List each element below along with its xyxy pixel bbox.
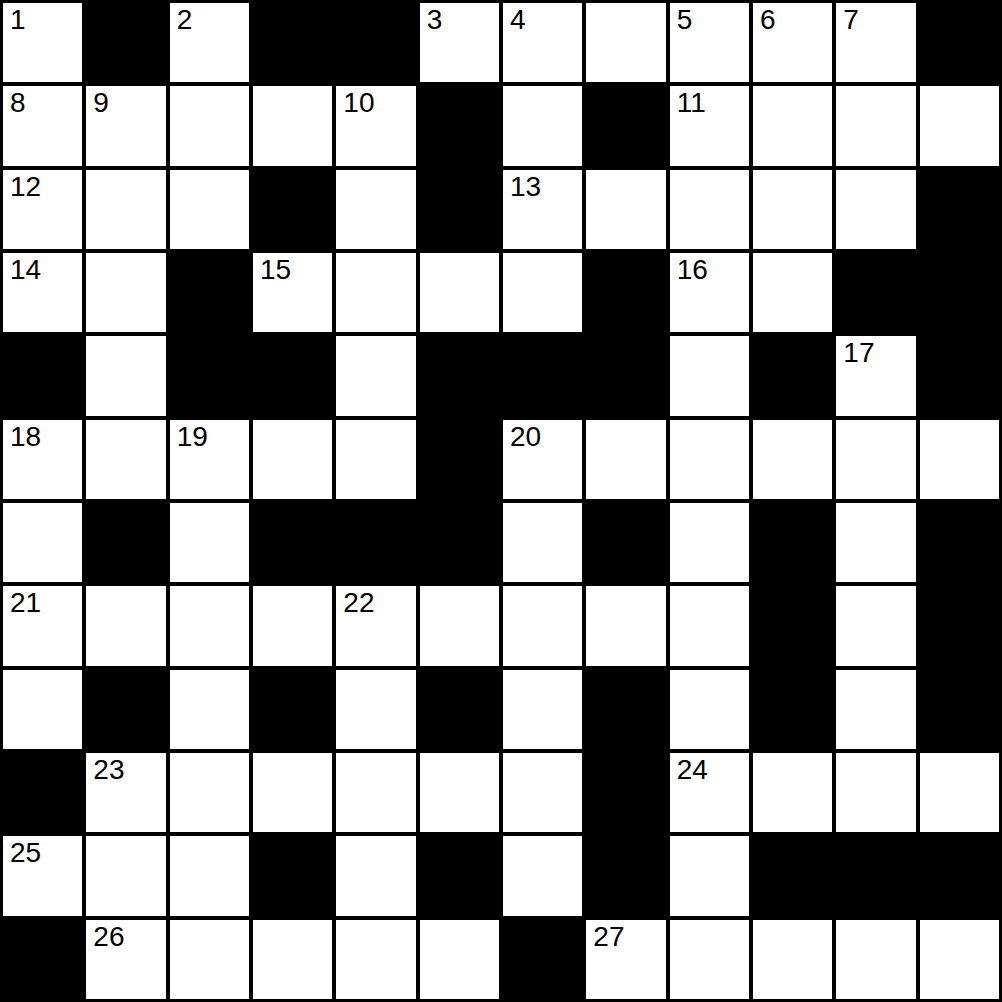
grid-cell[interactable] bbox=[753, 920, 832, 999]
clue-number: 22 bbox=[343, 587, 374, 619]
grid-cell[interactable] bbox=[586, 3, 665, 82]
clue-number: 17 bbox=[843, 337, 874, 369]
black-cell bbox=[503, 336, 582, 415]
grid-cell[interactable] bbox=[170, 170, 249, 249]
grid-cell[interactable] bbox=[420, 586, 499, 665]
grid-cell[interactable] bbox=[503, 670, 582, 749]
black-cell bbox=[170, 253, 249, 332]
grid-cell[interactable] bbox=[86, 836, 165, 915]
clue-number: 2 bbox=[177, 4, 193, 36]
grid-cell[interactable]: 13 bbox=[503, 170, 582, 249]
black-cell bbox=[920, 836, 999, 915]
black-cell bbox=[420, 420, 499, 499]
grid-cell[interactable]: 10 bbox=[336, 86, 415, 165]
grid-cell[interactable] bbox=[420, 253, 499, 332]
grid-cell[interactable] bbox=[753, 253, 832, 332]
grid-cell[interactable]: 16 bbox=[670, 253, 749, 332]
black-cell bbox=[920, 503, 999, 582]
grid-cell[interactable] bbox=[753, 753, 832, 832]
grid-cell[interactable]: 5 bbox=[670, 3, 749, 82]
grid-cell[interactable]: 8 bbox=[3, 86, 82, 165]
black-cell bbox=[586, 670, 665, 749]
grid-cell[interactable] bbox=[920, 420, 999, 499]
clue-number: 18 bbox=[10, 421, 41, 453]
grid-cell[interactable]: 15 bbox=[253, 253, 332, 332]
black-cell bbox=[253, 503, 332, 582]
grid-cell[interactable]: 2 bbox=[170, 3, 249, 82]
grid-cell[interactable] bbox=[836, 753, 915, 832]
grid-cell[interactable]: 25 bbox=[3, 836, 82, 915]
grid-cell[interactable] bbox=[586, 586, 665, 665]
clue-number: 19 bbox=[177, 421, 208, 453]
grid-cell[interactable] bbox=[420, 920, 499, 999]
grid-cell[interactable] bbox=[170, 753, 249, 832]
clue-number: 10 bbox=[343, 87, 374, 119]
black-cell bbox=[920, 170, 999, 249]
black-cell bbox=[920, 336, 999, 415]
clue-number: 7 bbox=[843, 4, 859, 36]
grid-cell[interactable] bbox=[336, 253, 415, 332]
grid-cell[interactable] bbox=[670, 170, 749, 249]
grid-cell[interactable] bbox=[3, 503, 82, 582]
black-cell bbox=[586, 503, 665, 582]
grid-cell[interactable]: 18 bbox=[3, 420, 82, 499]
grid-cell[interactable] bbox=[836, 420, 915, 499]
black-cell bbox=[420, 836, 499, 915]
black-cell bbox=[836, 836, 915, 915]
clue-number: 23 bbox=[93, 754, 124, 786]
black-cell bbox=[253, 670, 332, 749]
clue-number: 21 bbox=[10, 587, 41, 619]
clue-number: 20 bbox=[510, 421, 541, 453]
grid-cell[interactable] bbox=[753, 170, 832, 249]
grid-cell[interactable]: 22 bbox=[336, 586, 415, 665]
clue-number: 15 bbox=[260, 254, 291, 286]
grid-cell[interactable]: 4 bbox=[503, 3, 582, 82]
grid-cell[interactable] bbox=[920, 86, 999, 165]
black-cell bbox=[920, 3, 999, 82]
grid-cell[interactable]: 20 bbox=[503, 420, 582, 499]
grid-cell[interactable]: 17 bbox=[836, 336, 915, 415]
grid-cell[interactable] bbox=[253, 753, 332, 832]
black-cell bbox=[170, 336, 249, 415]
clue-number: 8 bbox=[10, 87, 26, 119]
black-cell bbox=[586, 753, 665, 832]
clue-number: 16 bbox=[677, 254, 708, 286]
black-cell bbox=[920, 670, 999, 749]
grid-cell[interactable] bbox=[670, 586, 749, 665]
grid-cell[interactable]: 14 bbox=[3, 253, 82, 332]
grid-cell[interactable]: 11 bbox=[670, 86, 749, 165]
grid-cell[interactable] bbox=[503, 253, 582, 332]
black-cell bbox=[336, 503, 415, 582]
black-cell bbox=[753, 586, 832, 665]
clue-number: 14 bbox=[10, 254, 41, 286]
black-cell bbox=[586, 253, 665, 332]
black-cell bbox=[420, 170, 499, 249]
grid-cell[interactable] bbox=[170, 586, 249, 665]
grid-cell[interactable] bbox=[86, 253, 165, 332]
grid-cell[interactable]: 23 bbox=[86, 753, 165, 832]
grid-cell[interactable] bbox=[170, 503, 249, 582]
grid-cell[interactable] bbox=[336, 170, 415, 249]
grid-cell[interactable] bbox=[253, 920, 332, 999]
grid-cell[interactable]: 21 bbox=[3, 586, 82, 665]
clue-number: 4 bbox=[510, 4, 526, 36]
grid-cell[interactable] bbox=[170, 670, 249, 749]
black-cell bbox=[253, 170, 332, 249]
clue-number: 11 bbox=[677, 87, 706, 119]
black-cell bbox=[586, 86, 665, 165]
clue-number: 6 bbox=[760, 4, 776, 36]
black-cell bbox=[3, 336, 82, 415]
clue-number: 25 bbox=[10, 837, 41, 869]
grid-cell[interactable] bbox=[503, 503, 582, 582]
grid-cell[interactable] bbox=[336, 420, 415, 499]
black-cell bbox=[753, 836, 832, 915]
black-cell bbox=[586, 336, 665, 415]
black-cell bbox=[920, 253, 999, 332]
grid-cell[interactable] bbox=[586, 420, 665, 499]
grid-cell[interactable] bbox=[86, 170, 165, 249]
clue-number: 3 bbox=[427, 4, 443, 36]
grid-cell[interactable] bbox=[503, 753, 582, 832]
grid-cell[interactable] bbox=[753, 86, 832, 165]
grid-cell[interactable] bbox=[920, 753, 999, 832]
grid-cell[interactable] bbox=[670, 420, 749, 499]
grid-cell[interactable] bbox=[253, 420, 332, 499]
grid-cell[interactable]: 7 bbox=[836, 3, 915, 82]
grid-cell[interactable]: 26 bbox=[86, 920, 165, 999]
grid-cell[interactable] bbox=[836, 920, 915, 999]
grid-cell[interactable] bbox=[503, 836, 582, 915]
grid-cell[interactable] bbox=[586, 170, 665, 249]
grid-cell[interactable]: 6 bbox=[753, 3, 832, 82]
grid-cell[interactable] bbox=[336, 336, 415, 415]
grid-cell[interactable] bbox=[336, 836, 415, 915]
black-cell bbox=[420, 336, 499, 415]
grid-cell[interactable] bbox=[503, 586, 582, 665]
grid-cell[interactable] bbox=[420, 753, 499, 832]
black-cell bbox=[586, 836, 665, 915]
black-cell bbox=[753, 670, 832, 749]
clue-number: 27 bbox=[593, 921, 624, 953]
grid-cell[interactable] bbox=[170, 86, 249, 165]
black-cell bbox=[420, 86, 499, 165]
grid-cell[interactable] bbox=[170, 836, 249, 915]
clue-number: 5 bbox=[677, 4, 693, 36]
grid-cell[interactable]: 24 bbox=[670, 753, 749, 832]
grid-cell[interactable] bbox=[670, 670, 749, 749]
grid-cell[interactable] bbox=[336, 753, 415, 832]
grid-cell[interactable] bbox=[253, 86, 332, 165]
black-cell bbox=[503, 920, 582, 999]
grid-cell[interactable] bbox=[670, 836, 749, 915]
black-cell bbox=[3, 920, 82, 999]
grid-cell[interactable] bbox=[836, 586, 915, 665]
black-cell bbox=[86, 503, 165, 582]
grid-cell[interactable] bbox=[86, 420, 165, 499]
black-cell bbox=[336, 3, 415, 82]
grid-cell[interactable] bbox=[670, 336, 749, 415]
grid-cell[interactable] bbox=[253, 586, 332, 665]
grid-cell[interactable] bbox=[170, 920, 249, 999]
grid-cell[interactable] bbox=[670, 920, 749, 999]
clue-number: 1 bbox=[10, 4, 26, 36]
black-cell bbox=[3, 753, 82, 832]
black-cell bbox=[420, 503, 499, 582]
black-cell bbox=[753, 503, 832, 582]
black-cell bbox=[420, 670, 499, 749]
grid-cell[interactable]: 3 bbox=[420, 3, 499, 82]
black-cell bbox=[253, 3, 332, 82]
grid-cell[interactable] bbox=[753, 420, 832, 499]
grid-cell[interactable] bbox=[670, 503, 749, 582]
crossword-page: 1234567891011121314151617181920212223242… bbox=[0, 0, 1002, 1002]
grid-cell[interactable] bbox=[503, 86, 582, 165]
grid-cell[interactable]: 12 bbox=[3, 170, 82, 249]
black-cell bbox=[920, 586, 999, 665]
grid-cell[interactable] bbox=[836, 503, 915, 582]
grid-cell[interactable] bbox=[920, 920, 999, 999]
grid-cell[interactable] bbox=[336, 670, 415, 749]
black-cell bbox=[86, 3, 165, 82]
grid-cell[interactable] bbox=[836, 86, 915, 165]
black-cell bbox=[753, 336, 832, 415]
clue-number: 12 bbox=[10, 171, 41, 203]
grid-cell[interactable] bbox=[836, 670, 915, 749]
grid-cell[interactable]: 19 bbox=[170, 420, 249, 499]
grid-cell[interactable]: 27 bbox=[586, 920, 665, 999]
grid-cell[interactable] bbox=[86, 336, 165, 415]
black-cell bbox=[253, 836, 332, 915]
crossword-board: 1234567891011121314151617181920212223242… bbox=[0, 0, 1002, 1002]
clue-number: 24 bbox=[677, 754, 708, 786]
grid-cell[interactable]: 1 bbox=[3, 3, 82, 82]
black-cell bbox=[86, 670, 165, 749]
grid-cell[interactable] bbox=[836, 170, 915, 249]
grid-cell[interactable] bbox=[3, 670, 82, 749]
black-cell bbox=[836, 253, 915, 332]
grid-cell[interactable]: 9 bbox=[86, 86, 165, 165]
clue-number: 9 bbox=[93, 87, 109, 119]
clue-number: 26 bbox=[93, 921, 124, 953]
grid-cell[interactable] bbox=[336, 920, 415, 999]
clue-number: 13 bbox=[510, 171, 541, 203]
black-cell bbox=[253, 336, 332, 415]
grid-cell[interactable] bbox=[86, 586, 165, 665]
